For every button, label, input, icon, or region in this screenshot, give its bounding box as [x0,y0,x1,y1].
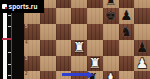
chess-widget-screenshot: ♜6♚♟5♞4♜♟3♜♟2♜♟ sports.ru [0,0,150,79]
square-h4[interactable]: ♟ [134,40,150,56]
square-g4[interactable] [119,40,135,56]
square-f5[interactable] [103,24,119,40]
square-e4[interactable] [87,40,103,56]
eval-marker [2,38,11,40]
sportsru-logo[interactable]: sports.ru [0,0,44,13]
piece-white-rook-d4[interactable]: ♜ [71,40,87,56]
square-g6[interactable]: ♟ [119,8,135,24]
piece-black-pawn-g6[interactable]: ♟ [119,8,135,24]
square-b2[interactable] [40,71,56,79]
square-a2[interactable]: 2 [24,71,40,79]
square-c6[interactable] [56,8,72,24]
square-f4[interactable] [103,40,119,56]
square-d6[interactable] [71,8,87,24]
piece-black-pawn-h4[interactable]: ♟ [134,40,150,56]
sportsru-logo-icon [2,4,7,9]
piece-white-pawn-h3[interactable]: ♟ [134,56,150,72]
piece-black-knight-g5[interactable]: ♞ [119,24,135,40]
square-d4[interactable]: ♜ [71,40,87,56]
square-h5[interactable] [134,24,150,40]
rank-label-4: 4 [25,40,28,45]
sportsru-logo-text: sports.ru [9,0,38,13]
eval-bar [3,13,7,79]
square-f6[interactable]: ♚ [103,8,119,24]
square-a4[interactable]: 4 [24,40,40,56]
square-h3[interactable]: ♟ [134,56,150,72]
square-b4[interactable] [40,40,56,56]
square-c5[interactable] [56,24,72,40]
rank-label-2: 2 [25,71,28,76]
square-g3[interactable] [119,56,135,72]
square-e3[interactable]: ♜ [87,56,103,72]
square-f3[interactable] [103,56,119,72]
piece-black-king-f6[interactable]: ♚ [103,8,119,24]
square-d5[interactable] [71,24,87,40]
square-b3[interactable] [40,56,56,72]
square-f2[interactable]: ♟ [103,71,119,79]
square-e2[interactable]: ♜ [87,71,103,79]
square-d7[interactable] [71,0,87,8]
rank-label-5: 5 [25,24,28,29]
square-e5[interactable] [87,24,103,40]
piece-white-pawn-f2[interactable]: ♟ [103,71,119,79]
square-e7[interactable] [87,0,103,8]
square-b5[interactable] [40,24,56,40]
square-h2[interactable] [134,71,150,79]
rank-label-3: 3 [25,56,28,61]
square-a5[interactable]: 5 [24,24,40,40]
square-h7[interactable] [134,0,150,8]
square-h6[interactable] [134,8,150,24]
square-e6[interactable] [87,8,103,24]
square-d3[interactable] [71,56,87,72]
square-c3[interactable] [56,56,72,72]
square-c2[interactable] [56,71,72,79]
piece-white-rook-e3[interactable]: ♜ [87,56,103,72]
square-g2[interactable] [119,71,135,79]
square-g5[interactable]: ♞ [119,24,135,40]
piece-black-rook-e2[interactable]: ♜ [84,71,100,79]
square-c7[interactable] [56,0,72,8]
square-a3[interactable]: 3 [24,56,40,72]
square-c4[interactable] [56,40,72,56]
